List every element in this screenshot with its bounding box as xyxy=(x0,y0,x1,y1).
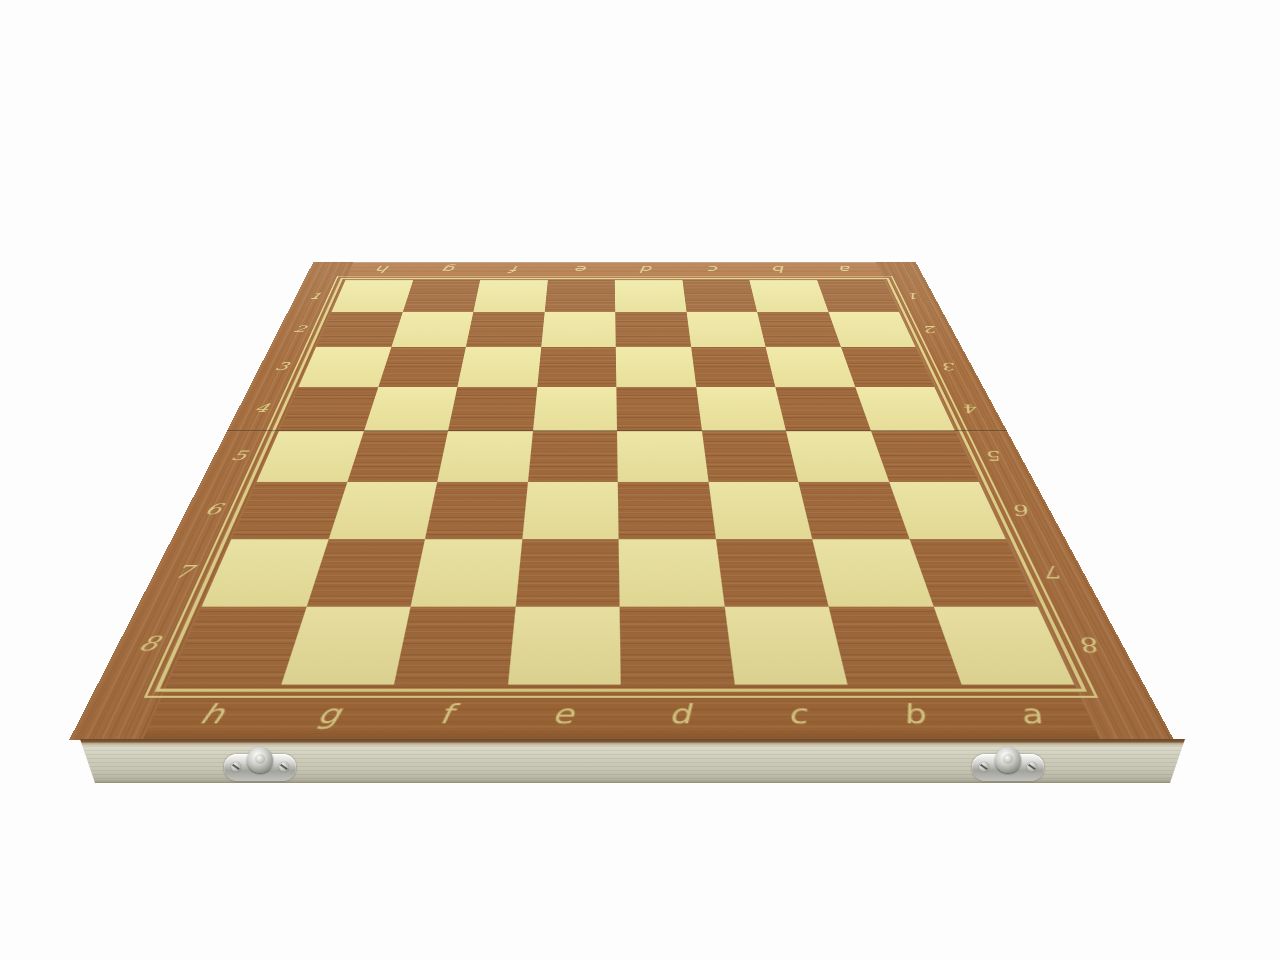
square-g7 xyxy=(306,539,425,606)
square-g2 xyxy=(391,312,473,347)
square-g4 xyxy=(364,387,458,431)
right-hinge-screw-right xyxy=(1027,762,1037,772)
square-c7 xyxy=(715,539,828,606)
file-label-c: c xyxy=(735,695,859,735)
square-d8 xyxy=(620,606,735,684)
square-b2 xyxy=(757,312,840,347)
square-d2 xyxy=(615,312,690,347)
square-h2 xyxy=(316,312,402,347)
square-c2 xyxy=(686,312,765,347)
square-c6 xyxy=(708,481,812,539)
file-label-c: c xyxy=(680,263,748,274)
square-h3 xyxy=(299,347,391,386)
right-hinge-knuckle xyxy=(995,747,1021,773)
file-label-e: e xyxy=(502,695,621,735)
square-d1 xyxy=(615,280,686,312)
right-hinge xyxy=(972,751,1044,781)
square-f8 xyxy=(394,606,515,684)
square-f6 xyxy=(425,481,528,539)
square-e8 xyxy=(507,606,620,684)
square-a1 xyxy=(817,280,899,312)
file-label-d: d xyxy=(621,695,741,735)
square-f4 xyxy=(448,387,537,431)
file-label-f: f xyxy=(481,263,549,274)
file-label-h: h xyxy=(348,263,418,274)
file-labels-near-edge: hgfedcba xyxy=(145,695,1097,735)
square-c1 xyxy=(682,280,757,312)
square-e1 xyxy=(544,280,615,312)
square-e2 xyxy=(541,312,616,347)
square-g6 xyxy=(328,481,437,539)
left-hinge-knuckle xyxy=(247,747,273,773)
file-label-g: g xyxy=(264,695,391,735)
square-g5 xyxy=(347,431,448,481)
square-h1 xyxy=(331,280,412,312)
file-label-g: g xyxy=(415,263,484,274)
file-label-d: d xyxy=(615,263,682,274)
file-label-a: a xyxy=(965,695,1098,735)
square-f7 xyxy=(411,539,522,606)
square-g1 xyxy=(402,280,480,312)
square-c4 xyxy=(696,387,786,431)
square-e5 xyxy=(528,431,618,481)
square-c8 xyxy=(724,606,847,684)
file-label-b: b xyxy=(850,695,979,735)
square-d3 xyxy=(616,347,696,386)
square-e3 xyxy=(537,347,616,386)
photo-background: hgfedcba hgfedcba 12345678 12345678 xyxy=(0,0,1280,960)
board-front-edge xyxy=(80,739,1185,783)
square-e4 xyxy=(533,387,618,431)
square-d6 xyxy=(618,481,716,539)
chess-board: hgfedcba hgfedcba 12345678 12345678 xyxy=(69,262,1174,739)
left-hinge-screw-left xyxy=(231,762,241,772)
square-b3 xyxy=(766,347,855,386)
file-label-f: f xyxy=(383,695,506,735)
file-labels-far-edge: hgfedcba xyxy=(348,263,882,274)
square-b1 xyxy=(749,280,828,312)
square-e6 xyxy=(522,481,619,539)
file-label-b: b xyxy=(745,263,814,274)
square-f1 xyxy=(473,280,547,312)
file-label-a: a xyxy=(811,263,882,274)
fold-seam xyxy=(227,430,1008,432)
square-d4 xyxy=(616,387,701,431)
file-label-e: e xyxy=(548,263,615,274)
square-f5 xyxy=(437,431,532,481)
square-d7 xyxy=(619,539,724,606)
square-e7 xyxy=(515,539,619,606)
square-c5 xyxy=(702,431,799,481)
square-f3 xyxy=(457,347,540,386)
left-hinge-screw-right xyxy=(279,762,289,772)
square-f2 xyxy=(466,312,544,347)
square-g3 xyxy=(378,347,466,386)
square-d5 xyxy=(617,431,708,481)
left-hinge xyxy=(224,751,296,781)
right-hinge-screw-left xyxy=(979,762,989,772)
square-c3 xyxy=(691,347,776,386)
file-label-h: h xyxy=(145,695,277,735)
